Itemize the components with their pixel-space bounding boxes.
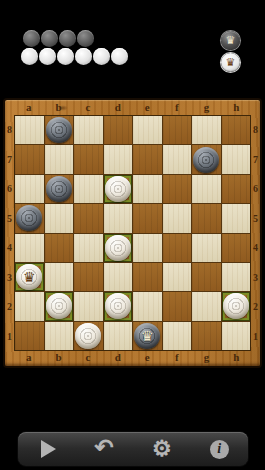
- square-b7[interactable]: [45, 145, 74, 173]
- square-h6[interactable]: [222, 175, 251, 203]
- square-a4[interactable]: [15, 234, 44, 262]
- square-g5[interactable]: [192, 204, 221, 232]
- square-e7[interactable]: [133, 145, 162, 173]
- rank-label-6: 6: [5, 174, 14, 204]
- crown-icon: ♛: [23, 270, 36, 284]
- play-icon: [41, 440, 56, 458]
- square-d7[interactable]: [104, 145, 133, 173]
- gear-icon: ⚙: [152, 438, 172, 460]
- square-c6[interactable]: [74, 175, 103, 203]
- app-screen: ♛ ♛ abcdefgh abcdefgh 87654321 87654321 …: [0, 0, 265, 470]
- file-label-h: h: [221, 100, 251, 115]
- white-man-h2[interactable]: [223, 293, 249, 319]
- white-man-d2[interactable]: [105, 293, 131, 319]
- square-b6[interactable]: [45, 175, 74, 203]
- file-label-a: a: [14, 100, 44, 115]
- square-f7[interactable]: [163, 145, 192, 173]
- square-g1[interactable]: [192, 322, 221, 350]
- white-king-a3[interactable]: ♛: [16, 264, 42, 290]
- square-d4[interactable]: [104, 234, 133, 262]
- square-e6[interactable]: [133, 175, 162, 203]
- captured-dark-piece: [41, 30, 58, 47]
- board-grid: ♛♛: [14, 115, 251, 351]
- captured-white-piece: [57, 48, 74, 65]
- undo-icon: ↶: [95, 436, 114, 459]
- square-b2[interactable]: [45, 292, 74, 320]
- square-f5[interactable]: [163, 204, 192, 232]
- rank-label-4: 4: [251, 233, 260, 263]
- info-icon: i: [210, 440, 229, 459]
- dark-man-b6[interactable]: [46, 176, 72, 202]
- rank-label-5: 5: [251, 204, 260, 234]
- white-man-d6[interactable]: [105, 176, 131, 202]
- file-label-e: e: [133, 349, 163, 366]
- rank-label-1: 1: [5, 322, 14, 352]
- square-c5[interactable]: [74, 204, 103, 232]
- square-h4[interactable]: [222, 234, 251, 262]
- square-f2[interactable]: [163, 292, 192, 320]
- square-b1[interactable]: [45, 322, 74, 350]
- white-man-c1[interactable]: [75, 323, 101, 349]
- king-indicators: ♛ ♛: [221, 31, 240, 72]
- file-labels-bottom: abcdefgh: [14, 349, 251, 366]
- square-h8[interactable]: [222, 116, 251, 144]
- file-label-f: f: [162, 100, 192, 115]
- square-f8[interactable]: [163, 116, 192, 144]
- captured-white-piece: [21, 48, 38, 65]
- info-button[interactable]: i: [197, 434, 241, 464]
- square-f6[interactable]: [163, 175, 192, 203]
- file-label-c: c: [73, 100, 103, 115]
- square-e8[interactable]: [133, 116, 162, 144]
- crown-icon: ♛: [226, 57, 236, 68]
- checkers-board: abcdefgh abcdefgh 87654321 87654321 ♛♛: [3, 98, 262, 368]
- square-h3[interactable]: [222, 263, 251, 291]
- captured-dark-piece: [77, 30, 94, 47]
- rank-label-8: 8: [5, 115, 14, 145]
- file-label-a: a: [14, 349, 44, 366]
- captured-white-piece: [39, 48, 56, 65]
- rank-label-8: 8: [251, 115, 260, 145]
- square-c3[interactable]: [74, 263, 103, 291]
- square-h5[interactable]: [222, 204, 251, 232]
- square-a3[interactable]: ♛: [15, 263, 44, 291]
- square-g2[interactable]: [192, 292, 221, 320]
- square-c8[interactable]: [74, 116, 103, 144]
- captured-dark-piece: [59, 30, 76, 47]
- undo-button[interactable]: ↶: [82, 434, 126, 464]
- square-b3[interactable]: [45, 263, 74, 291]
- rank-label-7: 7: [251, 145, 260, 175]
- file-label-g: g: [192, 349, 222, 366]
- file-label-c: c: [73, 349, 103, 366]
- captured-white-piece: [111, 48, 128, 65]
- file-label-d: d: [103, 100, 133, 115]
- square-g7[interactable]: [192, 145, 221, 173]
- white-king-indicator: ♛: [221, 53, 240, 72]
- square-f1[interactable]: [163, 322, 192, 350]
- file-label-b: b: [44, 349, 74, 366]
- captured-white-tray: [21, 48, 128, 65]
- white-man-d4[interactable]: [105, 235, 131, 261]
- square-c2[interactable]: [74, 292, 103, 320]
- toolbar: ↶ ⚙ i: [18, 432, 248, 466]
- square-c1[interactable]: [74, 322, 103, 350]
- square-e2[interactable]: [133, 292, 162, 320]
- square-h7[interactable]: [222, 145, 251, 173]
- white-man-b2[interactable]: [46, 293, 72, 319]
- square-e5[interactable]: [133, 204, 162, 232]
- settings-button[interactable]: ⚙: [140, 434, 184, 464]
- play-button[interactable]: [25, 434, 69, 464]
- square-g8[interactable]: [192, 116, 221, 144]
- dark-king-indicator: ♛: [221, 31, 240, 50]
- square-a8[interactable]: [15, 116, 44, 144]
- rank-label-3: 3: [251, 263, 260, 293]
- square-f3[interactable]: [163, 263, 192, 291]
- captured-dark-tray: [23, 30, 94, 47]
- dark-man-g7[interactable]: [193, 147, 219, 173]
- dark-man-b8[interactable]: [46, 117, 72, 143]
- square-b8[interactable]: [45, 116, 74, 144]
- rank-labels-right: 87654321: [251, 115, 260, 351]
- square-a5[interactable]: [15, 204, 44, 232]
- captured-dark-piece: [23, 30, 40, 47]
- square-d6[interactable]: [104, 175, 133, 203]
- square-d8[interactable]: [104, 116, 133, 144]
- square-d5[interactable]: [104, 204, 133, 232]
- square-a7[interactable]: [15, 145, 44, 173]
- file-label-e: e: [133, 100, 163, 115]
- square-g6[interactable]: [192, 175, 221, 203]
- crown-icon: ♛: [141, 329, 154, 343]
- square-b5[interactable]: [45, 204, 74, 232]
- rank-label-6: 6: [251, 174, 260, 204]
- square-a1[interactable]: [15, 322, 44, 350]
- square-h1[interactable]: [222, 322, 251, 350]
- file-label-b: b: [44, 100, 74, 115]
- square-e4[interactable]: [133, 234, 162, 262]
- dark-man-a5[interactable]: [16, 205, 42, 231]
- square-d3[interactable]: [104, 263, 133, 291]
- square-c4[interactable]: [74, 234, 103, 262]
- rank-label-1: 1: [251, 322, 260, 352]
- file-label-d: d: [103, 349, 133, 366]
- square-e1[interactable]: ♛: [133, 322, 162, 350]
- dark-king-e1[interactable]: ♛: [134, 323, 160, 349]
- square-d2[interactable]: [104, 292, 133, 320]
- file-label-f: f: [162, 349, 192, 366]
- rank-label-7: 7: [5, 145, 14, 175]
- square-f4[interactable]: [163, 234, 192, 262]
- rank-labels-left: 87654321: [5, 115, 14, 351]
- file-label-g: g: [192, 100, 222, 115]
- square-e3[interactable]: [133, 263, 162, 291]
- captured-white-piece: [93, 48, 110, 65]
- rank-label-2: 2: [5, 292, 14, 322]
- rank-label-5: 5: [5, 204, 14, 234]
- square-g3[interactable]: [192, 263, 221, 291]
- square-a2[interactable]: [15, 292, 44, 320]
- square-d1[interactable]: [104, 322, 133, 350]
- square-c7[interactable]: [74, 145, 103, 173]
- square-h2[interactable]: [222, 292, 251, 320]
- rank-label-2: 2: [251, 292, 260, 322]
- file-label-h: h: [221, 349, 251, 366]
- square-b4[interactable]: [45, 234, 74, 262]
- crown-icon: ♛: [226, 35, 236, 46]
- rank-label-4: 4: [5, 233, 14, 263]
- square-a6[interactable]: [15, 175, 44, 203]
- file-labels-top: abcdefgh: [14, 100, 251, 115]
- rank-label-3: 3: [5, 263, 14, 293]
- square-g4[interactable]: [192, 234, 221, 262]
- captured-white-piece: [75, 48, 92, 65]
